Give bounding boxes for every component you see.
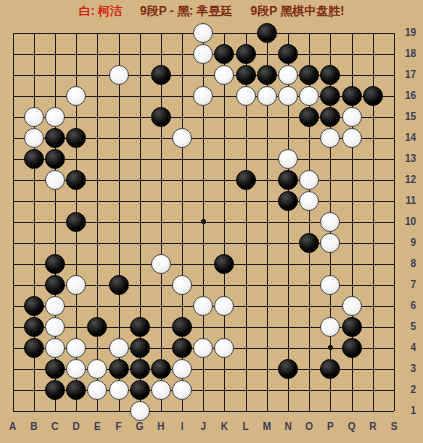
board-point-L1[interactable] (235, 400, 256, 421)
board-point-H3[interactable] (150, 358, 171, 379)
board-point-B8[interactable] (23, 253, 44, 274)
board-point-Q11[interactable] (341, 190, 362, 211)
board-point-H15[interactable] (150, 106, 171, 127)
board-point-Q7[interactable] (341, 274, 362, 295)
board-point-J5[interactable] (193, 316, 214, 337)
board-point-C5[interactable] (44, 316, 65, 337)
board-point-E16[interactable] (87, 85, 108, 106)
board-point-P17[interactable] (320, 64, 341, 85)
board-point-M10[interactable] (256, 211, 277, 232)
board-point-L18[interactable] (235, 43, 256, 64)
board-point-R5[interactable] (362, 316, 383, 337)
board-point-N9[interactable] (277, 232, 298, 253)
board-point-D18[interactable] (66, 43, 87, 64)
board-point-I4[interactable] (172, 337, 193, 358)
board-point-P9[interactable] (320, 232, 341, 253)
board-point-K4[interactable] (214, 337, 235, 358)
board-point-G3[interactable] (129, 358, 150, 379)
board-point-K10[interactable] (214, 211, 235, 232)
board-point-P19[interactable] (320, 22, 341, 43)
board-point-Q10[interactable] (341, 211, 362, 232)
board-point-O13[interactable] (299, 148, 320, 169)
board-point-D7[interactable] (66, 274, 87, 295)
board-point-E6[interactable] (87, 295, 108, 316)
board-point-G4[interactable] (129, 337, 150, 358)
board-point-F3[interactable] (108, 358, 129, 379)
board-point-G6[interactable] (129, 295, 150, 316)
board-point-P6[interactable] (320, 295, 341, 316)
board-point-L15[interactable] (235, 106, 256, 127)
board-point-O18[interactable] (299, 43, 320, 64)
board-point-F16[interactable] (108, 85, 129, 106)
board-point-O3[interactable] (299, 358, 320, 379)
board-point-E4[interactable] (87, 337, 108, 358)
board-point-H16[interactable] (150, 85, 171, 106)
board-point-Q4[interactable] (341, 337, 362, 358)
board-point-B3[interactable] (23, 358, 44, 379)
board-point-A11[interactable] (2, 190, 23, 211)
board-point-L2[interactable] (235, 379, 256, 400)
board-point-M14[interactable] (256, 127, 277, 148)
board-point-R11[interactable] (362, 190, 383, 211)
board-point-E7[interactable] (87, 274, 108, 295)
board-point-N8[interactable] (277, 253, 298, 274)
board-point-P18[interactable] (320, 43, 341, 64)
board-point-D19[interactable] (66, 22, 87, 43)
board-point-F10[interactable] (108, 211, 129, 232)
board-point-R7[interactable] (362, 274, 383, 295)
board-point-K9[interactable] (214, 232, 235, 253)
board-point-P1[interactable] (320, 400, 341, 421)
board-point-B6[interactable] (23, 295, 44, 316)
board-point-P11[interactable] (320, 190, 341, 211)
board-point-J14[interactable] (193, 127, 214, 148)
board-point-L6[interactable] (235, 295, 256, 316)
board-point-B10[interactable] (23, 211, 44, 232)
board-point-Q2[interactable] (341, 379, 362, 400)
board-point-A14[interactable] (2, 127, 23, 148)
board-point-M12[interactable] (256, 169, 277, 190)
board-point-I8[interactable] (172, 253, 193, 274)
board-point-R6[interactable] (362, 295, 383, 316)
board-point-C14[interactable] (44, 127, 65, 148)
board-point-J6[interactable] (193, 295, 214, 316)
board-point-C3[interactable] (44, 358, 65, 379)
board-point-I1[interactable] (172, 400, 193, 421)
board-point-C2[interactable] (44, 379, 65, 400)
board-point-Q18[interactable] (341, 43, 362, 64)
board-point-N10[interactable] (277, 211, 298, 232)
board-point-Q3[interactable] (341, 358, 362, 379)
board-point-O16[interactable] (299, 85, 320, 106)
board-point-E9[interactable] (87, 232, 108, 253)
board-point-P4[interactable] (320, 337, 341, 358)
board-point-F9[interactable] (108, 232, 129, 253)
board-point-O5[interactable] (299, 316, 320, 337)
board-point-B11[interactable] (23, 190, 44, 211)
board-point-H9[interactable] (150, 232, 171, 253)
board-point-M9[interactable] (256, 232, 277, 253)
board-point-L8[interactable] (235, 253, 256, 274)
board-point-P2[interactable] (320, 379, 341, 400)
board-point-M1[interactable] (256, 400, 277, 421)
board-point-R17[interactable] (362, 64, 383, 85)
board-point-M16[interactable] (256, 85, 277, 106)
board-point-A6[interactable] (2, 295, 23, 316)
board-point-A3[interactable] (2, 358, 23, 379)
board-point-A15[interactable] (2, 106, 23, 127)
board-point-G19[interactable] (129, 22, 150, 43)
board-point-H8[interactable] (150, 253, 171, 274)
board-point-L3[interactable] (235, 358, 256, 379)
board-point-Q13[interactable] (341, 148, 362, 169)
board-point-H18[interactable] (150, 43, 171, 64)
board-point-K17[interactable] (214, 64, 235, 85)
board-point-Q16[interactable] (341, 85, 362, 106)
board-point-D1[interactable] (66, 400, 87, 421)
board-point-E13[interactable] (87, 148, 108, 169)
board-point-G14[interactable] (129, 127, 150, 148)
board-point-G2[interactable] (129, 379, 150, 400)
board-point-I7[interactable] (172, 274, 193, 295)
board-point-C10[interactable] (44, 211, 65, 232)
board-point-D6[interactable] (66, 295, 87, 316)
board-point-H10[interactable] (150, 211, 171, 232)
board-point-L5[interactable] (235, 316, 256, 337)
board-point-N15[interactable] (277, 106, 298, 127)
board-point-M8[interactable] (256, 253, 277, 274)
board-point-A1[interactable] (2, 400, 23, 421)
board-point-Q5[interactable] (341, 316, 362, 337)
board-point-J17[interactable] (193, 64, 214, 85)
board-point-F2[interactable] (108, 379, 129, 400)
board-point-R8[interactable] (362, 253, 383, 274)
board-point-F7[interactable] (108, 274, 129, 295)
board-point-N16[interactable] (277, 85, 298, 106)
board-point-K7[interactable] (214, 274, 235, 295)
board-point-H7[interactable] (150, 274, 171, 295)
board-point-D12[interactable] (66, 169, 87, 190)
board-point-F18[interactable] (108, 43, 129, 64)
board-point-E18[interactable] (87, 43, 108, 64)
board-point-Q9[interactable] (341, 232, 362, 253)
board-point-K14[interactable] (214, 127, 235, 148)
board-point-M5[interactable] (256, 316, 277, 337)
board-point-D9[interactable] (66, 232, 87, 253)
board-point-G8[interactable] (129, 253, 150, 274)
board-point-O6[interactable] (299, 295, 320, 316)
board-point-B2[interactable] (23, 379, 44, 400)
board-point-E17[interactable] (87, 64, 108, 85)
board-point-N2[interactable] (277, 379, 298, 400)
board-point-E19[interactable] (87, 22, 108, 43)
board-point-R18[interactable] (362, 43, 383, 64)
board-point-B19[interactable] (23, 22, 44, 43)
board-point-C16[interactable] (44, 85, 65, 106)
board-point-G15[interactable] (129, 106, 150, 127)
board-point-I16[interactable] (172, 85, 193, 106)
board-point-K18[interactable] (214, 43, 235, 64)
board-point-F6[interactable] (108, 295, 129, 316)
board-point-J18[interactable] (193, 43, 214, 64)
board-point-C17[interactable] (44, 64, 65, 85)
board-point-O17[interactable] (299, 64, 320, 85)
board-point-A13[interactable] (2, 148, 23, 169)
board-point-G11[interactable] (129, 190, 150, 211)
board-point-A7[interactable] (2, 274, 23, 295)
board-point-F19[interactable] (108, 22, 129, 43)
board-point-M17[interactable] (256, 64, 277, 85)
board-point-Q6[interactable] (341, 295, 362, 316)
board-point-K6[interactable] (214, 295, 235, 316)
board-point-C4[interactable] (44, 337, 65, 358)
board-point-C13[interactable] (44, 148, 65, 169)
board-point-E8[interactable] (87, 253, 108, 274)
board-point-Q12[interactable] (341, 169, 362, 190)
board-point-N6[interactable] (277, 295, 298, 316)
board-point-A12[interactable] (2, 169, 23, 190)
board-point-M18[interactable] (256, 43, 277, 64)
board-point-H2[interactable] (150, 379, 171, 400)
board-point-D11[interactable] (66, 190, 87, 211)
board-point-H4[interactable] (150, 337, 171, 358)
board-point-Q19[interactable] (341, 22, 362, 43)
board-point-I5[interactable] (172, 316, 193, 337)
board-point-F17[interactable] (108, 64, 129, 85)
board-point-B17[interactable] (23, 64, 44, 85)
board-point-K11[interactable] (214, 190, 235, 211)
board-point-B13[interactable] (23, 148, 44, 169)
board-point-I15[interactable] (172, 106, 193, 127)
board-point-K1[interactable] (214, 400, 235, 421)
board-point-B1[interactable] (23, 400, 44, 421)
board-point-O19[interactable] (299, 22, 320, 43)
board-point-J2[interactable] (193, 379, 214, 400)
board-point-M19[interactable] (256, 22, 277, 43)
board-point-I9[interactable] (172, 232, 193, 253)
board-point-Q15[interactable] (341, 106, 362, 127)
board-point-C12[interactable] (44, 169, 65, 190)
board-point-N4[interactable] (277, 337, 298, 358)
board-point-I19[interactable] (172, 22, 193, 43)
board-point-R4[interactable] (362, 337, 383, 358)
board-point-M6[interactable] (256, 295, 277, 316)
board-point-P8[interactable] (320, 253, 341, 274)
board-point-F11[interactable] (108, 190, 129, 211)
board-point-D8[interactable] (66, 253, 87, 274)
board-point-A17[interactable] (2, 64, 23, 85)
board-point-R9[interactable] (362, 232, 383, 253)
board-point-L7[interactable] (235, 274, 256, 295)
board-point-D5[interactable] (66, 316, 87, 337)
board-point-I18[interactable] (172, 43, 193, 64)
board-point-N11[interactable] (277, 190, 298, 211)
board-point-O12[interactable] (299, 169, 320, 190)
board-point-P14[interactable] (320, 127, 341, 148)
board-point-H14[interactable] (150, 127, 171, 148)
board-point-K8[interactable] (214, 253, 235, 274)
board-point-C8[interactable] (44, 253, 65, 274)
board-point-K19[interactable] (214, 22, 235, 43)
board-point-L14[interactable] (235, 127, 256, 148)
board-point-C19[interactable] (44, 22, 65, 43)
board-point-I11[interactable] (172, 190, 193, 211)
board-point-K3[interactable] (214, 358, 235, 379)
board-point-P3[interactable] (320, 358, 341, 379)
board-point-O15[interactable] (299, 106, 320, 127)
board-point-J3[interactable] (193, 358, 214, 379)
board-point-Q1[interactable] (341, 400, 362, 421)
board-point-L17[interactable] (235, 64, 256, 85)
board-point-R1[interactable] (362, 400, 383, 421)
board-point-I3[interactable] (172, 358, 193, 379)
board-point-C15[interactable] (44, 106, 65, 127)
board-point-F12[interactable] (108, 169, 129, 190)
board-point-D10[interactable] (66, 211, 87, 232)
board-point-J9[interactable] (193, 232, 214, 253)
board-point-G17[interactable] (129, 64, 150, 85)
board-point-M4[interactable] (256, 337, 277, 358)
board-point-H11[interactable] (150, 190, 171, 211)
board-point-N14[interactable] (277, 127, 298, 148)
board-point-G9[interactable] (129, 232, 150, 253)
board-point-N18[interactable] (277, 43, 298, 64)
board-point-R3[interactable] (362, 358, 383, 379)
board-point-F1[interactable] (108, 400, 129, 421)
board-point-J10[interactable] (193, 211, 214, 232)
board-point-C11[interactable] (44, 190, 65, 211)
board-point-G7[interactable] (129, 274, 150, 295)
board-point-D2[interactable] (66, 379, 87, 400)
board-point-C1[interactable] (44, 400, 65, 421)
board-point-A16[interactable] (2, 85, 23, 106)
board-point-A8[interactable] (2, 253, 23, 274)
board-point-N7[interactable] (277, 274, 298, 295)
board-point-N12[interactable] (277, 169, 298, 190)
board-point-B4[interactable] (23, 337, 44, 358)
board-point-A5[interactable] (2, 316, 23, 337)
board-point-B14[interactable] (23, 127, 44, 148)
board-point-R14[interactable] (362, 127, 383, 148)
board-point-D14[interactable] (66, 127, 87, 148)
board-point-O8[interactable] (299, 253, 320, 274)
board-point-O4[interactable] (299, 337, 320, 358)
board-point-A18[interactable] (2, 43, 23, 64)
board-point-K2[interactable] (214, 379, 235, 400)
board-point-M2[interactable] (256, 379, 277, 400)
board-point-F15[interactable] (108, 106, 129, 127)
board-point-C18[interactable] (44, 43, 65, 64)
board-point-O10[interactable] (299, 211, 320, 232)
board-point-Q14[interactable] (341, 127, 362, 148)
board-point-K15[interactable] (214, 106, 235, 127)
board-point-F14[interactable] (108, 127, 129, 148)
board-point-Q17[interactable] (341, 64, 362, 85)
board-point-J19[interactable] (193, 22, 214, 43)
board-point-N5[interactable] (277, 316, 298, 337)
board-point-N13[interactable] (277, 148, 298, 169)
board-point-R10[interactable] (362, 211, 383, 232)
board-point-A19[interactable] (2, 22, 23, 43)
board-point-O14[interactable] (299, 127, 320, 148)
board-point-Q8[interactable] (341, 253, 362, 274)
board-point-O1[interactable] (299, 400, 320, 421)
board-point-J8[interactable] (193, 253, 214, 274)
board-point-L19[interactable] (235, 22, 256, 43)
board-point-J12[interactable] (193, 169, 214, 190)
board-point-L4[interactable] (235, 337, 256, 358)
board-point-J16[interactable] (193, 85, 214, 106)
board-point-O9[interactable] (299, 232, 320, 253)
board-point-H6[interactable] (150, 295, 171, 316)
board-point-O11[interactable] (299, 190, 320, 211)
board-point-B15[interactable] (23, 106, 44, 127)
board-point-E10[interactable] (87, 211, 108, 232)
board-point-G13[interactable] (129, 148, 150, 169)
board-point-H13[interactable] (150, 148, 171, 169)
board-point-B18[interactable] (23, 43, 44, 64)
board-point-C6[interactable] (44, 295, 65, 316)
board-point-L10[interactable] (235, 211, 256, 232)
board-point-J13[interactable] (193, 148, 214, 169)
board-point-F4[interactable] (108, 337, 129, 358)
board-point-M15[interactable] (256, 106, 277, 127)
board-point-M7[interactable] (256, 274, 277, 295)
board-point-L16[interactable] (235, 85, 256, 106)
board-point-E1[interactable] (87, 400, 108, 421)
board-point-K5[interactable] (214, 316, 235, 337)
board-point-I14[interactable] (172, 127, 193, 148)
board-point-B9[interactable] (23, 232, 44, 253)
board-point-P5[interactable] (320, 316, 341, 337)
board-point-M11[interactable] (256, 190, 277, 211)
board-point-H12[interactable] (150, 169, 171, 190)
board-point-E12[interactable] (87, 169, 108, 190)
board-point-A9[interactable] (2, 232, 23, 253)
board-point-L13[interactable] (235, 148, 256, 169)
board-point-I17[interactable] (172, 64, 193, 85)
board-point-G5[interactable] (129, 316, 150, 337)
board-point-P10[interactable] (320, 211, 341, 232)
board-point-N19[interactable] (277, 22, 298, 43)
board-point-M13[interactable] (256, 148, 277, 169)
board-point-J15[interactable] (193, 106, 214, 127)
board-point-O2[interactable] (299, 379, 320, 400)
board-point-E5[interactable] (87, 316, 108, 337)
board-point-R19[interactable] (362, 22, 383, 43)
board-point-O7[interactable] (299, 274, 320, 295)
board-point-D15[interactable] (66, 106, 87, 127)
board-point-N3[interactable] (277, 358, 298, 379)
board-point-K13[interactable] (214, 148, 235, 169)
board-point-I13[interactable] (172, 148, 193, 169)
board-point-C7[interactable] (44, 274, 65, 295)
board-point-H19[interactable] (150, 22, 171, 43)
board-point-B5[interactable] (23, 316, 44, 337)
board-point-P16[interactable] (320, 85, 341, 106)
board-point-L9[interactable] (235, 232, 256, 253)
board-point-A2[interactable] (2, 379, 23, 400)
board-point-P15[interactable] (320, 106, 341, 127)
board-point-B7[interactable] (23, 274, 44, 295)
board-point-H5[interactable] (150, 316, 171, 337)
board-point-I6[interactable] (172, 295, 193, 316)
board-point-R13[interactable] (362, 148, 383, 169)
board-point-R15[interactable] (362, 106, 383, 127)
board-point-E11[interactable] (87, 190, 108, 211)
board-point-A4[interactable] (2, 337, 23, 358)
board-point-C9[interactable] (44, 232, 65, 253)
